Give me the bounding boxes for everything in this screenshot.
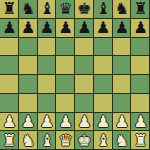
piece-black-pawn: ♟	[40, 20, 54, 36]
piece-black-pawn: ♟	[96, 20, 110, 36]
piece-white-queen: ♛	[58, 132, 72, 148]
square-h1[interactable]: ♜	[131, 131, 150, 150]
square-h6[interactable]	[131, 38, 150, 57]
square-g4[interactable]	[113, 75, 132, 94]
square-e6[interactable]	[75, 38, 94, 57]
chess-board: ♜♞♝♛♚♝♞♜♟♟♟♟♟♟♟♟♟♟♟♟♟♟♟♟♜♞♝♛♚♝♞♜	[0, 0, 150, 150]
square-a5[interactable]	[0, 56, 19, 75]
square-c4[interactable]	[38, 75, 57, 94]
square-g7[interactable]: ♟	[113, 19, 132, 38]
square-e1[interactable]: ♚	[75, 131, 94, 150]
square-d7[interactable]: ♟	[56, 19, 75, 38]
square-a8[interactable]: ♜	[0, 0, 19, 19]
piece-white-pawn: ♟	[2, 113, 16, 129]
square-d3[interactable]	[56, 94, 75, 113]
piece-white-knight: ♞	[115, 132, 129, 148]
square-e5[interactable]	[75, 56, 94, 75]
piece-white-bishop: ♝	[40, 132, 54, 148]
square-c8[interactable]: ♝	[38, 0, 57, 19]
square-f2[interactable]: ♟	[94, 113, 113, 132]
square-h7[interactable]: ♟	[131, 19, 150, 38]
square-e4[interactable]	[75, 75, 94, 94]
piece-white-pawn: ♟	[115, 113, 129, 129]
piece-black-knight: ♞	[115, 1, 129, 17]
square-c6[interactable]	[38, 38, 57, 57]
square-c1[interactable]: ♝	[38, 131, 57, 150]
square-a4[interactable]	[0, 75, 19, 94]
square-f1[interactable]: ♝	[94, 131, 113, 150]
square-h5[interactable]	[131, 56, 150, 75]
piece-black-pawn: ♟	[2, 20, 16, 36]
square-d4[interactable]	[56, 75, 75, 94]
square-f7[interactable]: ♟	[94, 19, 113, 38]
square-a2[interactable]: ♟	[0, 113, 19, 132]
piece-white-bishop: ♝	[96, 132, 110, 148]
square-h3[interactable]	[131, 94, 150, 113]
square-b5[interactable]	[19, 56, 38, 75]
piece-white-king: ♚	[77, 132, 91, 148]
square-e2[interactable]: ♟	[75, 113, 94, 132]
piece-black-rook: ♜	[133, 1, 147, 17]
piece-black-rook: ♜	[2, 1, 16, 17]
square-e3[interactable]	[75, 94, 94, 113]
square-h4[interactable]	[131, 75, 150, 94]
square-b2[interactable]: ♟	[19, 113, 38, 132]
square-h8[interactable]: ♜	[131, 0, 150, 19]
square-g1[interactable]: ♞	[113, 131, 132, 150]
square-d1[interactable]: ♛	[56, 131, 75, 150]
square-b8[interactable]: ♞	[19, 0, 38, 19]
square-f8[interactable]: ♝	[94, 0, 113, 19]
square-h2[interactable]: ♟	[131, 113, 150, 132]
square-a1[interactable]: ♜	[0, 131, 19, 150]
square-d8[interactable]: ♛	[56, 0, 75, 19]
piece-black-queen: ♛	[58, 1, 72, 17]
square-b4[interactable]	[19, 75, 38, 94]
square-e7[interactable]: ♟	[75, 19, 94, 38]
square-b7[interactable]: ♟	[19, 19, 38, 38]
square-g2[interactable]: ♟	[113, 113, 132, 132]
square-b6[interactable]	[19, 38, 38, 57]
square-b1[interactable]: ♞	[19, 131, 38, 150]
square-g8[interactable]: ♞	[113, 0, 132, 19]
square-c2[interactable]: ♟	[38, 113, 57, 132]
square-f4[interactable]	[94, 75, 113, 94]
piece-white-rook: ♜	[133, 132, 147, 148]
square-f6[interactable]	[94, 38, 113, 57]
piece-black-bishop: ♝	[96, 1, 110, 17]
piece-white-pawn: ♟	[96, 113, 110, 129]
square-c5[interactable]	[38, 56, 57, 75]
square-g3[interactable]	[113, 94, 132, 113]
square-b3[interactable]	[19, 94, 38, 113]
piece-white-pawn: ♟	[40, 113, 54, 129]
piece-black-pawn: ♟	[77, 20, 91, 36]
piece-black-pawn: ♟	[58, 20, 72, 36]
square-a6[interactable]	[0, 38, 19, 57]
square-d5[interactable]	[56, 56, 75, 75]
piece-black-bishop: ♝	[40, 1, 54, 17]
square-g6[interactable]	[113, 38, 132, 57]
piece-black-pawn: ♟	[133, 20, 147, 36]
square-d2[interactable]: ♟	[56, 113, 75, 132]
square-g5[interactable]	[113, 56, 132, 75]
piece-black-king: ♚	[77, 1, 91, 17]
piece-black-pawn: ♟	[21, 20, 35, 36]
square-f5[interactable]	[94, 56, 113, 75]
piece-white-knight: ♞	[21, 132, 35, 148]
piece-white-pawn: ♟	[133, 113, 147, 129]
piece-white-pawn: ♟	[77, 113, 91, 129]
square-c7[interactable]: ♟	[38, 19, 57, 38]
piece-white-pawn: ♟	[58, 113, 72, 129]
square-e8[interactable]: ♚	[75, 0, 94, 19]
piece-white-pawn: ♟	[21, 113, 35, 129]
piece-white-rook: ♜	[2, 132, 16, 148]
square-f3[interactable]	[94, 94, 113, 113]
square-a7[interactable]: ♟	[0, 19, 19, 38]
piece-black-knight: ♞	[21, 1, 35, 17]
square-c3[interactable]	[38, 94, 57, 113]
square-d6[interactable]	[56, 38, 75, 57]
square-a3[interactable]	[0, 94, 19, 113]
piece-black-pawn: ♟	[115, 20, 129, 36]
